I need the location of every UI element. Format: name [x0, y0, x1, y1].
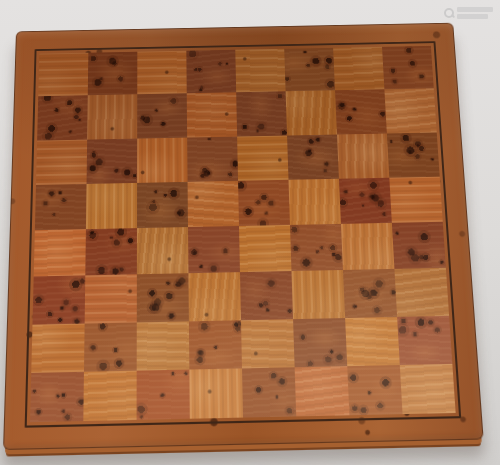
square-g7: [335, 90, 387, 135]
watermark: [444, 7, 493, 19]
square-d4: [188, 226, 240, 273]
square-a6: [36, 139, 87, 185]
square-f4: [290, 224, 343, 271]
square-b3: [85, 275, 137, 324]
square-h5: [389, 176, 442, 222]
square-b2: [84, 322, 137, 372]
chessboard: [3, 23, 484, 450]
square-c1: [137, 369, 190, 420]
square-g3: [343, 269, 397, 317]
square-c6: [137, 137, 187, 183]
inlay-border-line: [25, 41, 462, 428]
square-c4: [137, 227, 189, 274]
square-e4: [239, 225, 291, 272]
square-h8: [382, 46, 434, 90]
square-d5: [188, 181, 239, 227]
square-f3: [291, 270, 345, 318]
square-c2: [137, 321, 190, 371]
square-a8: [38, 53, 88, 97]
square-f6: [287, 134, 339, 179]
square-d2: [189, 320, 242, 370]
watermark-text-lines: [457, 7, 493, 19]
square-f7: [286, 91, 337, 136]
square-b6: [87, 138, 138, 184]
square-c3: [137, 273, 189, 321]
square-g4: [341, 223, 395, 270]
square-a2: [31, 323, 84, 373]
square-f5: [288, 179, 340, 225]
square-e3: [240, 271, 293, 319]
square-e5: [238, 180, 290, 226]
square-h1: [400, 364, 456, 414]
square-e7: [236, 91, 287, 136]
square-d1: [189, 368, 243, 419]
square-b5: [86, 183, 137, 230]
square-e8: [235, 49, 285, 93]
square-b4: [85, 228, 137, 276]
square-a4: [34, 229, 86, 277]
square-e6: [237, 135, 288, 181]
magnifier-icon: [444, 8, 454, 18]
square-g8: [333, 47, 384, 91]
square-a5: [35, 184, 87, 231]
square-g2: [345, 316, 400, 365]
square-c5: [137, 182, 188, 229]
square-c7: [137, 93, 187, 138]
square-e2: [241, 319, 295, 368]
square-d7: [187, 92, 237, 137]
square-b8: [88, 52, 138, 96]
square-h2: [397, 315, 452, 364]
square-b1: [83, 370, 136, 421]
square-d8: [186, 50, 236, 94]
square-g1: [347, 365, 402, 416]
square-c8: [137, 51, 186, 95]
square-f1: [295, 366, 350, 417]
square-h7: [384, 89, 436, 134]
square-a1: [30, 372, 84, 423]
square-h4: [392, 222, 446, 269]
square-g6: [337, 133, 389, 178]
square-e1: [242, 367, 296, 418]
square-d3: [188, 272, 241, 320]
square-f2: [293, 318, 347, 367]
board-grid: [30, 46, 456, 422]
square-a3: [32, 276, 85, 325]
square-b7: [87, 94, 137, 139]
square-g5: [339, 177, 392, 223]
square-d6: [187, 136, 238, 182]
square-h6: [387, 132, 440, 177]
photo-stage: [0, 0, 500, 465]
square-f8: [284, 48, 335, 92]
square-h3: [394, 268, 449, 316]
square-a7: [37, 95, 88, 140]
